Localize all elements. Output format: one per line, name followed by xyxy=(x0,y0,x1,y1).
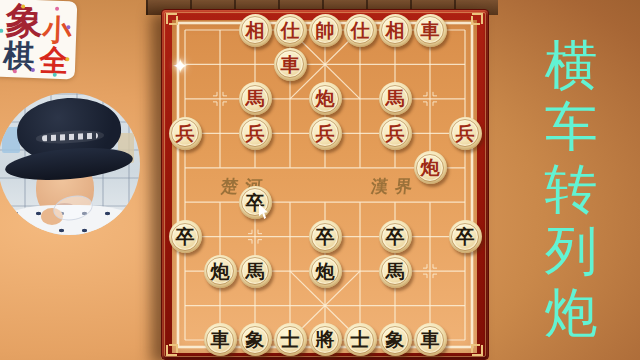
piece-character: 帥 xyxy=(309,14,342,47)
piece-character: 卒 xyxy=(169,220,202,253)
piece-black-炮[interactable]: 炮 xyxy=(204,255,237,288)
piece-red-相[interactable]: 相 xyxy=(379,14,412,47)
logo-char: 小 xyxy=(42,15,72,45)
piece-character: 車 xyxy=(414,323,447,356)
piece-black-象[interactable]: 象 xyxy=(379,323,412,356)
channel-logo: 象 小 棋 全 xyxy=(0,0,77,79)
piece-red-馬[interactable]: 馬 xyxy=(239,82,272,115)
piece-red-車[interactable]: 車 xyxy=(274,48,307,81)
piece-character: 士 xyxy=(344,323,377,356)
piece-black-馬[interactable]: 馬 xyxy=(379,255,412,288)
piece-red-兵[interactable]: 兵 xyxy=(309,117,342,150)
piece-character: 馬 xyxy=(239,82,272,115)
piece-character: 卒 xyxy=(379,220,412,253)
piece-character: 兵 xyxy=(449,117,482,150)
piece-black-車[interactable]: 車 xyxy=(414,323,447,356)
piece-red-炮[interactable]: 炮 xyxy=(414,151,447,184)
piece-character: 炮 xyxy=(309,255,342,288)
video-title-vertical: 横车转列炮 xyxy=(536,36,606,341)
confetti-dot xyxy=(65,57,69,61)
piece-character: 卒 xyxy=(239,186,272,219)
piece-red-仕[interactable]: 仕 xyxy=(344,14,377,47)
piece-character: 車 xyxy=(274,48,307,81)
confetti-dot xyxy=(31,68,35,72)
piece-character: 炮 xyxy=(309,82,342,115)
piece-character: 象 xyxy=(379,323,412,356)
piece-red-相[interactable]: 相 xyxy=(239,14,272,47)
piece-red-兵[interactable]: 兵 xyxy=(379,117,412,150)
piece-black-士[interactable]: 士 xyxy=(274,323,307,356)
piece-red-炮[interactable]: 炮 xyxy=(309,82,342,115)
piece-character: 兵 xyxy=(309,117,342,150)
piece-red-帥[interactable]: 帥 xyxy=(309,14,342,47)
piece-character: 馬 xyxy=(239,255,272,288)
piece-black-士[interactable]: 士 xyxy=(344,323,377,356)
piece-black-卒[interactable]: 卒 xyxy=(309,220,342,253)
piece-red-仕[interactable]: 仕 xyxy=(274,14,307,47)
title-char: 转 xyxy=(545,160,598,217)
piece-black-炮[interactable]: 炮 xyxy=(309,255,342,288)
piece-red-馬[interactable]: 馬 xyxy=(379,82,412,115)
title-char: 车 xyxy=(545,98,598,155)
piece-character: 馬 xyxy=(379,255,412,288)
logo-char: 棋 xyxy=(3,40,35,72)
piece-character: 炮 xyxy=(204,255,237,288)
piece-red-兵[interactable]: 兵 xyxy=(239,117,272,150)
piece-red-兵[interactable]: 兵 xyxy=(449,117,482,150)
title-char: 横 xyxy=(545,36,598,93)
confetti-dot xyxy=(0,29,3,33)
piece-character: 相 xyxy=(239,14,272,47)
video-frame: 楚河 漢界 相仕帥仕相車車馬炮馬兵兵兵兵兵炮卒卒卒卒卒炮馬炮馬車象士將士象車 ✦… xyxy=(0,0,640,360)
piece-black-卒[interactable]: 卒 xyxy=(449,220,482,253)
sparkle-glint: ✦ xyxy=(172,54,189,78)
piece-black-卒[interactable]: 卒 xyxy=(239,186,272,219)
piece-character: 馬 xyxy=(379,82,412,115)
piece-black-象[interactable]: 象 xyxy=(239,323,272,356)
piece-character: 卒 xyxy=(449,220,482,253)
piece-character: 車 xyxy=(204,323,237,356)
piece-character: 炮 xyxy=(414,151,447,184)
piece-character: 兵 xyxy=(379,117,412,150)
confetti-dot xyxy=(55,7,59,11)
piece-black-卒[interactable]: 卒 xyxy=(379,220,412,253)
title-char: 列 xyxy=(545,222,598,279)
piece-black-車[interactable]: 車 xyxy=(204,323,237,356)
title-char: 炮 xyxy=(545,284,598,341)
piece-black-馬[interactable]: 馬 xyxy=(239,255,272,288)
piece-black-將[interactable]: 將 xyxy=(309,323,342,356)
piece-character: 卒 xyxy=(309,220,342,253)
presenter-avatar xyxy=(0,93,140,235)
piece-character: 仕 xyxy=(274,14,307,47)
piece-character: 仕 xyxy=(344,14,377,47)
piece-character: 相 xyxy=(379,14,412,47)
piece-red-車[interactable]: 車 xyxy=(414,14,447,47)
piece-black-卒[interactable]: 卒 xyxy=(169,220,202,253)
piece-character: 將 xyxy=(309,323,342,356)
piece-red-兵[interactable]: 兵 xyxy=(169,117,202,150)
piece-character: 象 xyxy=(239,323,272,356)
piece-character: 兵 xyxy=(169,117,202,150)
piece-character: 車 xyxy=(414,14,447,47)
piece-character: 士 xyxy=(274,323,307,356)
piece-character: 兵 xyxy=(239,117,272,150)
